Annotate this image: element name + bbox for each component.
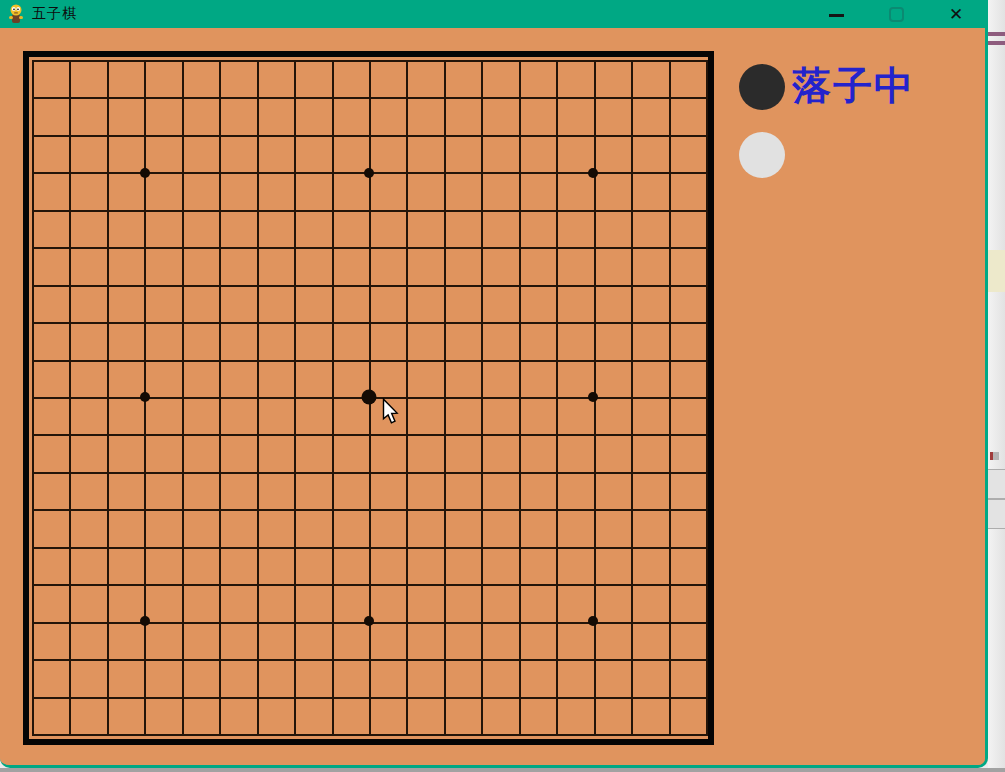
board-cell[interactable] (671, 362, 708, 399)
board-cell[interactable] (259, 511, 296, 548)
board-cell[interactable] (71, 249, 108, 286)
board-cell[interactable] (446, 436, 483, 473)
board-cell[interactable] (446, 137, 483, 174)
board-cell[interactable] (521, 474, 558, 511)
board-cell[interactable] (34, 324, 71, 361)
board-cell[interactable] (109, 212, 146, 249)
board-cell[interactable] (558, 511, 595, 548)
board-cell[interactable] (446, 62, 483, 99)
board-cell[interactable] (184, 586, 221, 623)
board-cell[interactable] (71, 174, 108, 211)
board-cell[interactable] (408, 399, 445, 436)
board-cell[interactable] (296, 436, 333, 473)
board-cell[interactable] (371, 586, 408, 623)
board-cell[interactable] (221, 137, 258, 174)
board-cell[interactable] (408, 212, 445, 249)
board-cell[interactable] (296, 174, 333, 211)
board-cell[interactable] (483, 362, 520, 399)
board-cell[interactable] (521, 511, 558, 548)
board-cell[interactable] (558, 586, 595, 623)
board-cell[interactable] (184, 174, 221, 211)
board-cell[interactable] (558, 549, 595, 586)
board-cell[interactable] (671, 174, 708, 211)
board-cell[interactable] (34, 174, 71, 211)
board-cell[interactable] (408, 436, 445, 473)
board-cell[interactable] (184, 99, 221, 136)
board-cell[interactable] (371, 474, 408, 511)
board-cell[interactable] (184, 661, 221, 698)
board-cell[interactable] (34, 399, 71, 436)
board-cell[interactable] (109, 436, 146, 473)
board-cell[interactable] (34, 586, 71, 623)
board-cell[interactable] (558, 62, 595, 99)
board-cell[interactable] (109, 324, 146, 361)
board-cell[interactable] (71, 212, 108, 249)
board-cell[interactable] (334, 249, 371, 286)
board-cell[interactable] (483, 99, 520, 136)
board-cell[interactable] (109, 399, 146, 436)
board-cell[interactable] (146, 474, 183, 511)
board-cell[interactable] (184, 62, 221, 99)
board-cell[interactable] (633, 474, 670, 511)
board-cell[interactable] (371, 549, 408, 586)
board-cell[interactable] (296, 699, 333, 736)
board-cell[interactable] (259, 661, 296, 698)
board-cell[interactable] (408, 62, 445, 99)
board-cell[interactable] (221, 436, 258, 473)
board-cell[interactable] (334, 137, 371, 174)
board-cell[interactable] (521, 249, 558, 286)
board-cell[interactable] (296, 586, 333, 623)
board-cell[interactable] (633, 399, 670, 436)
board-cell[interactable] (184, 362, 221, 399)
board-cell[interactable] (146, 362, 183, 399)
board-cell[interactable] (633, 174, 670, 211)
board-cell[interactable] (296, 137, 333, 174)
board-cell[interactable] (71, 624, 108, 661)
board-cell[interactable] (446, 586, 483, 623)
board-cell[interactable] (146, 624, 183, 661)
board-cell[interactable] (521, 99, 558, 136)
board-cell[interactable] (146, 661, 183, 698)
board-cell[interactable] (596, 324, 633, 361)
board-cell[interactable] (596, 586, 633, 623)
board-cell[interactable] (109, 624, 146, 661)
board-cell[interactable] (146, 436, 183, 473)
board-cell[interactable] (71, 474, 108, 511)
board-cell[interactable] (71, 99, 108, 136)
board-cell[interactable] (109, 249, 146, 286)
board-cell[interactable] (483, 287, 520, 324)
board-cell[interactable] (71, 62, 108, 99)
board-cell[interactable] (71, 137, 108, 174)
board-cell[interactable] (446, 474, 483, 511)
board-cell[interactable] (408, 287, 445, 324)
board-cell[interactable] (446, 287, 483, 324)
board-cell[interactable] (334, 287, 371, 324)
board-cell[interactable] (371, 661, 408, 698)
board-cell[interactable] (596, 399, 633, 436)
board-cell[interactable] (146, 137, 183, 174)
board-cell[interactable] (408, 174, 445, 211)
board-cell[interactable] (558, 399, 595, 436)
board-cell[interactable] (71, 399, 108, 436)
board-cell[interactable] (296, 474, 333, 511)
board-cell[interactable] (334, 549, 371, 586)
board-cell[interactable] (334, 99, 371, 136)
board-cell[interactable] (296, 549, 333, 586)
board-cell[interactable] (184, 137, 221, 174)
board-cell[interactable] (671, 436, 708, 473)
board-cell[interactable] (221, 174, 258, 211)
board-cell[interactable] (109, 99, 146, 136)
board-cell[interactable] (596, 174, 633, 211)
board-cell[interactable] (221, 99, 258, 136)
close-button[interactable]: ✕ (947, 4, 965, 24)
board-cell[interactable] (558, 624, 595, 661)
board-cell[interactable] (558, 436, 595, 473)
board-cell[interactable] (633, 249, 670, 286)
board-cell[interactable] (259, 99, 296, 136)
board-cell[interactable] (671, 99, 708, 136)
board-cell[interactable] (446, 249, 483, 286)
board-cell[interactable] (521, 137, 558, 174)
board-cell[interactable] (521, 362, 558, 399)
board-cell[interactable] (558, 324, 595, 361)
board-cell[interactable] (109, 699, 146, 736)
board-cell[interactable] (184, 436, 221, 473)
board-cell[interactable] (184, 399, 221, 436)
board-cell[interactable] (34, 62, 71, 99)
board-cell[interactable] (558, 362, 595, 399)
board-cell[interactable] (671, 249, 708, 286)
board-grid[interactable] (32, 60, 708, 736)
board-cell[interactable] (259, 624, 296, 661)
board-cell[interactable] (408, 249, 445, 286)
board-cell[interactable] (184, 212, 221, 249)
board-cell[interactable] (483, 249, 520, 286)
board-cell[interactable] (71, 586, 108, 623)
board-cell[interactable] (483, 549, 520, 586)
board-cell[interactable] (221, 362, 258, 399)
board-cell[interactable] (408, 586, 445, 623)
board-cell[interactable] (146, 287, 183, 324)
board-cell[interactable] (558, 661, 595, 698)
board-cell[interactable] (633, 287, 670, 324)
board-cell[interactable] (671, 474, 708, 511)
board-cell[interactable] (446, 549, 483, 586)
board-cell[interactable] (408, 137, 445, 174)
board-cell[interactable] (408, 362, 445, 399)
board-cell[interactable] (633, 362, 670, 399)
board-cell[interactable] (71, 549, 108, 586)
board-cell[interactable] (558, 699, 595, 736)
board-cell[interactable] (184, 511, 221, 548)
board-cell[interactable] (221, 474, 258, 511)
board-cell[interactable] (483, 511, 520, 548)
board-cell[interactable] (483, 624, 520, 661)
board-cell[interactable] (671, 624, 708, 661)
board-cell[interactable] (296, 99, 333, 136)
board-cell[interactable] (71, 511, 108, 548)
board-cell[interactable] (184, 324, 221, 361)
board-cell[interactable] (371, 624, 408, 661)
board-cell[interactable] (446, 324, 483, 361)
board-cell[interactable] (146, 174, 183, 211)
board-cell[interactable] (34, 511, 71, 548)
board-cell[interactable] (221, 249, 258, 286)
board-cell[interactable] (633, 99, 670, 136)
board-cell[interactable] (671, 212, 708, 249)
board-cell[interactable] (334, 474, 371, 511)
board-cell[interactable] (71, 661, 108, 698)
board-cell[interactable] (259, 549, 296, 586)
board-cell[interactable] (109, 137, 146, 174)
board-cell[interactable] (558, 174, 595, 211)
board-cell[interactable] (671, 137, 708, 174)
board-cell[interactable] (184, 474, 221, 511)
board-cell[interactable] (521, 624, 558, 661)
board-cell[interactable] (408, 549, 445, 586)
board-cell[interactable] (109, 474, 146, 511)
board-cell[interactable] (671, 511, 708, 548)
board-cell[interactable] (71, 362, 108, 399)
board-cell[interactable] (596, 699, 633, 736)
board-cell[interactable] (34, 474, 71, 511)
board-cell[interactable] (483, 137, 520, 174)
board-cell[interactable] (446, 699, 483, 736)
board-cell[interactable] (221, 586, 258, 623)
board-cell[interactable] (633, 699, 670, 736)
board-cell[interactable] (521, 586, 558, 623)
board-cell[interactable] (184, 549, 221, 586)
board-cell[interactable] (296, 249, 333, 286)
board-cell[interactable] (221, 511, 258, 548)
board-cell[interactable] (259, 699, 296, 736)
board-cell[interactable] (483, 174, 520, 211)
board-cell[interactable] (334, 624, 371, 661)
board-cell[interactable] (446, 362, 483, 399)
board-cell[interactable] (34, 699, 71, 736)
board-cell[interactable] (371, 287, 408, 324)
board-cell[interactable] (221, 699, 258, 736)
board-cell[interactable] (109, 511, 146, 548)
board-cell[interactable] (521, 661, 558, 698)
board-cell[interactable] (71, 287, 108, 324)
board-cell[interactable] (334, 399, 371, 436)
board-cell[interactable] (71, 324, 108, 361)
board-cell[interactable] (521, 549, 558, 586)
board-cell[interactable] (109, 549, 146, 586)
board-cell[interactable] (334, 511, 371, 548)
board-cell[interactable] (596, 511, 633, 548)
board-cell[interactable] (596, 436, 633, 473)
board-cell[interactable] (146, 549, 183, 586)
board-cell[interactable] (109, 362, 146, 399)
board-cell[interactable] (34, 436, 71, 473)
board-cell[interactable] (221, 287, 258, 324)
minimize-button[interactable] (827, 4, 845, 24)
board-cell[interactable] (408, 474, 445, 511)
board-cell[interactable] (408, 511, 445, 548)
board-cell[interactable] (483, 324, 520, 361)
board-cell[interactable] (34, 212, 71, 249)
board-cell[interactable] (109, 174, 146, 211)
board-cell[interactable] (558, 137, 595, 174)
board-cell[interactable] (34, 99, 71, 136)
board-cell[interactable] (483, 399, 520, 436)
board-cell[interactable] (408, 324, 445, 361)
board-cell[interactable] (146, 586, 183, 623)
board-cell[interactable] (596, 249, 633, 286)
board-cell[interactable] (633, 436, 670, 473)
board-cell[interactable] (184, 287, 221, 324)
board-cell[interactable] (596, 212, 633, 249)
board-cell[interactable] (184, 699, 221, 736)
board-cell[interactable] (296, 511, 333, 548)
board-cell[interactable] (34, 287, 71, 324)
board-cell[interactable] (146, 249, 183, 286)
board-cell[interactable] (521, 436, 558, 473)
board-cell[interactable] (296, 624, 333, 661)
board-cell[interactable] (296, 212, 333, 249)
board-cell[interactable] (109, 62, 146, 99)
board-cell[interactable] (633, 324, 670, 361)
board-cell[interactable] (146, 62, 183, 99)
board-cell[interactable] (633, 586, 670, 623)
board-cell[interactable] (633, 624, 670, 661)
board-cell[interactable] (334, 436, 371, 473)
board-cell[interactable] (296, 324, 333, 361)
board-cell[interactable] (109, 661, 146, 698)
board-cell[interactable] (558, 99, 595, 136)
board-cell[interactable] (671, 287, 708, 324)
board-cell[interactable] (633, 549, 670, 586)
board-cell[interactable] (633, 137, 670, 174)
board-cell[interactable] (596, 474, 633, 511)
board-cell[interactable] (671, 324, 708, 361)
board-cell[interactable] (221, 62, 258, 99)
board-cell[interactable] (483, 699, 520, 736)
board-cell[interactable] (521, 212, 558, 249)
board-cell[interactable] (483, 62, 520, 99)
board-cell[interactable] (221, 661, 258, 698)
board-cell[interactable] (596, 549, 633, 586)
board-cell[interactable] (71, 699, 108, 736)
board-cell[interactable] (371, 249, 408, 286)
board-cell[interactable] (146, 511, 183, 548)
board-cell[interactable] (371, 99, 408, 136)
board-cell[interactable] (296, 362, 333, 399)
board-cell[interactable] (596, 62, 633, 99)
board-cell[interactable] (371, 137, 408, 174)
board-cell[interactable] (334, 699, 371, 736)
board-cell[interactable] (146, 399, 183, 436)
board-cell[interactable] (34, 661, 71, 698)
board-cell[interactable] (146, 324, 183, 361)
board-cell[interactable] (408, 661, 445, 698)
board-cell[interactable] (558, 474, 595, 511)
board-cell[interactable] (371, 362, 408, 399)
board-cell[interactable] (408, 699, 445, 736)
board-cell[interactable] (633, 511, 670, 548)
board-cell[interactable] (259, 287, 296, 324)
board-cell[interactable] (221, 324, 258, 361)
board-cell[interactable] (259, 324, 296, 361)
board-cell[interactable] (558, 212, 595, 249)
board-cell[interactable] (259, 62, 296, 99)
board-cell[interactable] (334, 324, 371, 361)
board-cell[interactable] (34, 362, 71, 399)
board-cell[interactable] (371, 174, 408, 211)
board-cell[interactable] (371, 212, 408, 249)
board-cell[interactable] (221, 624, 258, 661)
board-cell[interactable] (596, 287, 633, 324)
board-cell[interactable] (521, 62, 558, 99)
board-cell[interactable] (483, 661, 520, 698)
board-cell[interactable] (71, 436, 108, 473)
board-cell[interactable] (334, 362, 371, 399)
board-cell[interactable] (259, 474, 296, 511)
maximize-button[interactable] (887, 4, 905, 24)
board-cell[interactable] (446, 399, 483, 436)
board-cell[interactable] (221, 212, 258, 249)
board-cell[interactable] (109, 287, 146, 324)
board-cell[interactable] (483, 436, 520, 473)
board-cell[interactable] (596, 137, 633, 174)
board-cell[interactable] (446, 661, 483, 698)
board-cell[interactable] (446, 174, 483, 211)
board-cell[interactable] (521, 699, 558, 736)
board-cell[interactable] (671, 586, 708, 623)
board-cell[interactable] (408, 99, 445, 136)
board-cell[interactable] (34, 624, 71, 661)
board-cell[interactable] (671, 699, 708, 736)
board-cell[interactable] (109, 586, 146, 623)
board-cell[interactable] (259, 362, 296, 399)
board-cell[interactable] (184, 249, 221, 286)
board-cell[interactable] (671, 549, 708, 586)
board-cell[interactable] (596, 99, 633, 136)
board-cell[interactable] (446, 624, 483, 661)
board-cell[interactable] (596, 661, 633, 698)
board-cell[interactable] (296, 287, 333, 324)
board-cell[interactable] (558, 287, 595, 324)
board-cell[interactable] (521, 174, 558, 211)
board-cell[interactable] (184, 624, 221, 661)
board-cell[interactable] (334, 661, 371, 698)
board-cell[interactable] (671, 399, 708, 436)
board-cell[interactable] (371, 511, 408, 548)
board-cell[interactable] (446, 511, 483, 548)
board-cell[interactable] (671, 62, 708, 99)
board-cell[interactable] (259, 212, 296, 249)
board-cell[interactable] (521, 324, 558, 361)
board-cell[interactable] (446, 212, 483, 249)
board-cell[interactable] (596, 362, 633, 399)
board-cell[interactable] (671, 661, 708, 698)
board-cell[interactable] (558, 249, 595, 286)
board-cell[interactable] (146, 212, 183, 249)
board-cell[interactable] (633, 212, 670, 249)
board-cell[interactable] (596, 624, 633, 661)
board-cell[interactable] (371, 62, 408, 99)
board-cell[interactable] (259, 436, 296, 473)
board-cell[interactable] (483, 586, 520, 623)
board-cell[interactable] (34, 549, 71, 586)
board-cell[interactable] (371, 324, 408, 361)
board-cell[interactable] (296, 399, 333, 436)
